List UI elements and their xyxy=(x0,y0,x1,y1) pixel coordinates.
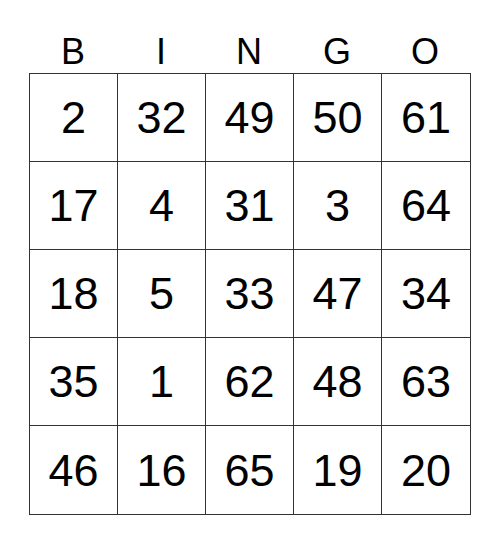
bingo-cell-r2c3[interactable]: 31 xyxy=(206,162,294,250)
bingo-cell-r5c4[interactable]: 19 xyxy=(294,426,382,514)
bingo-cell-r2c2[interactable]: 4 xyxy=(118,162,206,250)
bingo-grid: 2 32 49 50 61 17 4 31 3 64 18 5 33 47 34… xyxy=(29,73,471,515)
column-header-b: B xyxy=(29,0,117,73)
bingo-cell-r1c5[interactable]: 61 xyxy=(382,74,470,162)
bingo-card: B I N G O 2 32 49 50 61 17 4 31 3 64 18 … xyxy=(29,0,471,515)
column-header-i: I xyxy=(117,0,205,73)
bingo-cell-r1c3[interactable]: 49 xyxy=(206,74,294,162)
bingo-cell-r1c1[interactable]: 2 xyxy=(30,74,118,162)
bingo-cell-r1c2[interactable]: 32 xyxy=(118,74,206,162)
column-header-n: N xyxy=(205,0,293,73)
bingo-cell-r3c3[interactable]: 33 xyxy=(206,250,294,338)
bingo-cell-r5c5[interactable]: 20 xyxy=(382,426,470,514)
bingo-cell-r3c1[interactable]: 18 xyxy=(30,250,118,338)
bingo-cell-r4c5[interactable]: 63 xyxy=(382,338,470,426)
bingo-cell-r4c1[interactable]: 35 xyxy=(30,338,118,426)
column-header-o: O xyxy=(381,0,469,73)
bingo-header-row: B I N G O xyxy=(29,0,471,73)
bingo-cell-r3c2[interactable]: 5 xyxy=(118,250,206,338)
column-header-g: G xyxy=(293,0,381,73)
bingo-cell-r3c5[interactable]: 34 xyxy=(382,250,470,338)
bingo-cell-r5c1[interactable]: 46 xyxy=(30,426,118,514)
bingo-cell-r1c4[interactable]: 50 xyxy=(294,74,382,162)
bingo-cell-r2c4[interactable]: 3 xyxy=(294,162,382,250)
bingo-cell-r4c4[interactable]: 48 xyxy=(294,338,382,426)
bingo-cell-r2c1[interactable]: 17 xyxy=(30,162,118,250)
bingo-cell-r4c3[interactable]: 62 xyxy=(206,338,294,426)
bingo-cell-r5c3[interactable]: 65 xyxy=(206,426,294,514)
bingo-cell-r5c2[interactable]: 16 xyxy=(118,426,206,514)
bingo-cell-r2c5[interactable]: 64 xyxy=(382,162,470,250)
bingo-cell-r4c2[interactable]: 1 xyxy=(118,338,206,426)
bingo-cell-r3c4[interactable]: 47 xyxy=(294,250,382,338)
